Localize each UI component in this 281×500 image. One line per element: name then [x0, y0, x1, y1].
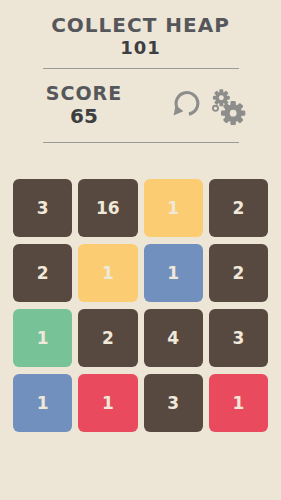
tile-r2c2[interactable]: 1: [78, 244, 137, 302]
tile-r1c2[interactable]: 16: [78, 179, 137, 237]
tile-r1c3[interactable]: 1: [144, 179, 203, 237]
score-label: SCORE: [42, 82, 126, 104]
restart-undo-arrow-icon: [172, 90, 201, 119]
restart-button[interactable]: [172, 90, 201, 119]
divider-bottom: [43, 142, 239, 143]
tile-r1c4[interactable]: 2: [209, 179, 268, 237]
tile-r1c1[interactable]: 3: [13, 179, 72, 237]
score-value: 65: [42, 104, 126, 128]
target-heap-number: 101: [0, 37, 281, 58]
tile-r3c2[interactable]: 2: [78, 309, 137, 367]
tile-r2c3[interactable]: 1: [144, 244, 203, 302]
tile-r4c3[interactable]: 3: [144, 374, 203, 432]
tile-r3c4[interactable]: 3: [209, 309, 268, 367]
tile-r4c2[interactable]: 1: [78, 374, 137, 432]
settings-button[interactable]: [209, 88, 246, 125]
tile-r2c4[interactable]: 2: [209, 244, 268, 302]
tile-r3c3[interactable]: 4: [144, 309, 203, 367]
divider-top: [43, 68, 239, 69]
app-screen: COLLECT HEAP 101 SCORE 65: [0, 0, 281, 500]
tile-r4c1[interactable]: 1: [13, 374, 72, 432]
score-block: SCORE 65: [42, 82, 126, 128]
tile-r3c1[interactable]: 1: [13, 309, 72, 367]
settings-gears-icon: [209, 88, 246, 125]
tile-r4c4[interactable]: 1: [209, 374, 268, 432]
game-title: COLLECT HEAP: [0, 13, 281, 37]
board[interactable]: 31612211212431131: [13, 179, 268, 432]
tile-r2c1[interactable]: 2: [13, 244, 72, 302]
